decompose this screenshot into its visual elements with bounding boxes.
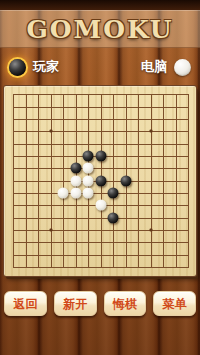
black-stone-icon <box>9 59 26 76</box>
star-point <box>49 130 52 133</box>
white-stone-icon <box>174 59 191 76</box>
board-grid-line <box>176 94 177 268</box>
black-stone <box>120 175 131 186</box>
player-white: 电脑 <box>141 58 191 76</box>
star-point <box>149 130 152 133</box>
white-stone <box>83 188 94 199</box>
black-stone <box>95 175 106 186</box>
white-stone <box>83 175 94 186</box>
white-stone <box>58 188 69 199</box>
player-white-label: 电脑 <box>141 58 167 76</box>
app-title: GOMOKU <box>26 15 173 44</box>
board-grid-line <box>13 255 189 256</box>
player-black-label: 玩家 <box>33 58 59 76</box>
board-grid-line <box>188 94 189 268</box>
new-game-button[interactable]: 新开 <box>54 291 97 316</box>
player-black: 玩家 <box>9 58 59 76</box>
white-stone <box>70 175 81 186</box>
menu-button[interactable]: 菜单 <box>153 291 196 316</box>
toolbar: 返回 新开 悔棋 菜单 <box>0 291 200 317</box>
player-bar: 玩家 电脑 <box>0 48 200 86</box>
white-stone <box>95 200 106 211</box>
star-point <box>149 229 152 232</box>
black-stone <box>70 163 81 174</box>
black-stone <box>95 151 106 162</box>
gomoku-app: GOMOKU 玩家 电脑 返回 新开 悔棋 菜单 <box>0 0 200 355</box>
white-stone <box>70 188 81 199</box>
gomoku-board[interactable] <box>4 86 196 276</box>
black-stone <box>83 151 94 162</box>
board-grid-line <box>13 267 189 268</box>
undo-button[interactable]: 悔棋 <box>104 291 147 316</box>
back-button[interactable]: 返回 <box>4 291 47 316</box>
white-stone <box>83 163 94 174</box>
board-grid-line <box>13 242 189 243</box>
black-stone <box>108 188 119 199</box>
title-bar: GOMOKU <box>0 10 200 48</box>
top-strip <box>0 0 200 10</box>
star-point <box>49 229 52 232</box>
black-stone <box>108 212 119 223</box>
